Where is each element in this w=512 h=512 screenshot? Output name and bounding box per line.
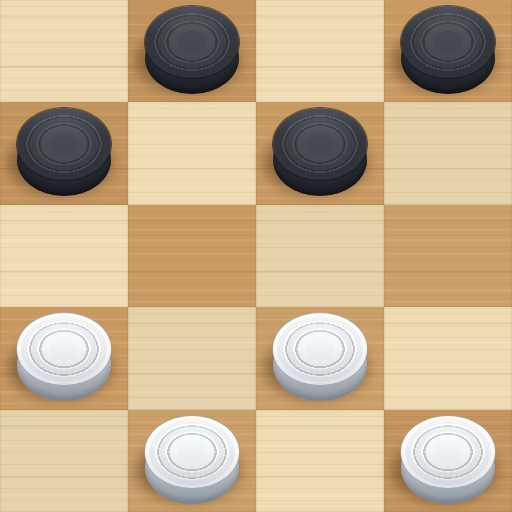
board-square-r3c1[interactable]	[0, 205, 128, 307]
checkers-screenshot	[0, 0, 512, 512]
board-square-r2c3[interactable]	[256, 102, 384, 204]
board-square-r2c1[interactable]	[0, 102, 128, 204]
board-square-r5c1[interactable]	[0, 410, 128, 512]
board-square-r2c2[interactable]	[128, 102, 256, 204]
black-checker[interactable]	[273, 108, 367, 180]
board-square-r3c3[interactable]	[256, 205, 384, 307]
white-checker[interactable]	[273, 313, 367, 385]
board-square-r4c4[interactable]	[384, 307, 512, 409]
board-square-r4c2[interactable]	[128, 307, 256, 409]
board-square-r4c3[interactable]	[256, 307, 384, 409]
white-checker[interactable]	[17, 313, 111, 385]
board-square-r3c2[interactable]	[128, 205, 256, 307]
board-square-r5c4[interactable]	[384, 410, 512, 512]
checker-top-face	[17, 108, 111, 180]
checker-top-face	[17, 313, 111, 385]
checkers-board	[0, 0, 512, 512]
board-square-r4c1[interactable]	[0, 307, 128, 409]
board-square-r1c4[interactable]	[384, 0, 512, 102]
white-checker[interactable]	[145, 416, 239, 488]
board-square-r2c4[interactable]	[384, 102, 512, 204]
black-checker[interactable]	[17, 108, 111, 180]
checker-top-face	[401, 6, 495, 78]
board-square-r5c3[interactable]	[256, 410, 384, 512]
black-checker[interactable]	[145, 6, 239, 78]
checker-top-face	[145, 416, 239, 488]
board-square-r3c4[interactable]	[384, 205, 512, 307]
board-square-r1c2[interactable]	[128, 0, 256, 102]
board-square-r1c3[interactable]	[256, 0, 384, 102]
white-checker[interactable]	[401, 416, 495, 488]
black-checker[interactable]	[401, 6, 495, 78]
checker-top-face	[145, 6, 239, 78]
board-square-r1c1[interactable]	[0, 0, 128, 102]
board-square-r5c2[interactable]	[128, 410, 256, 512]
checker-top-face	[273, 108, 367, 180]
checker-top-face	[273, 313, 367, 385]
checker-top-face	[401, 416, 495, 488]
